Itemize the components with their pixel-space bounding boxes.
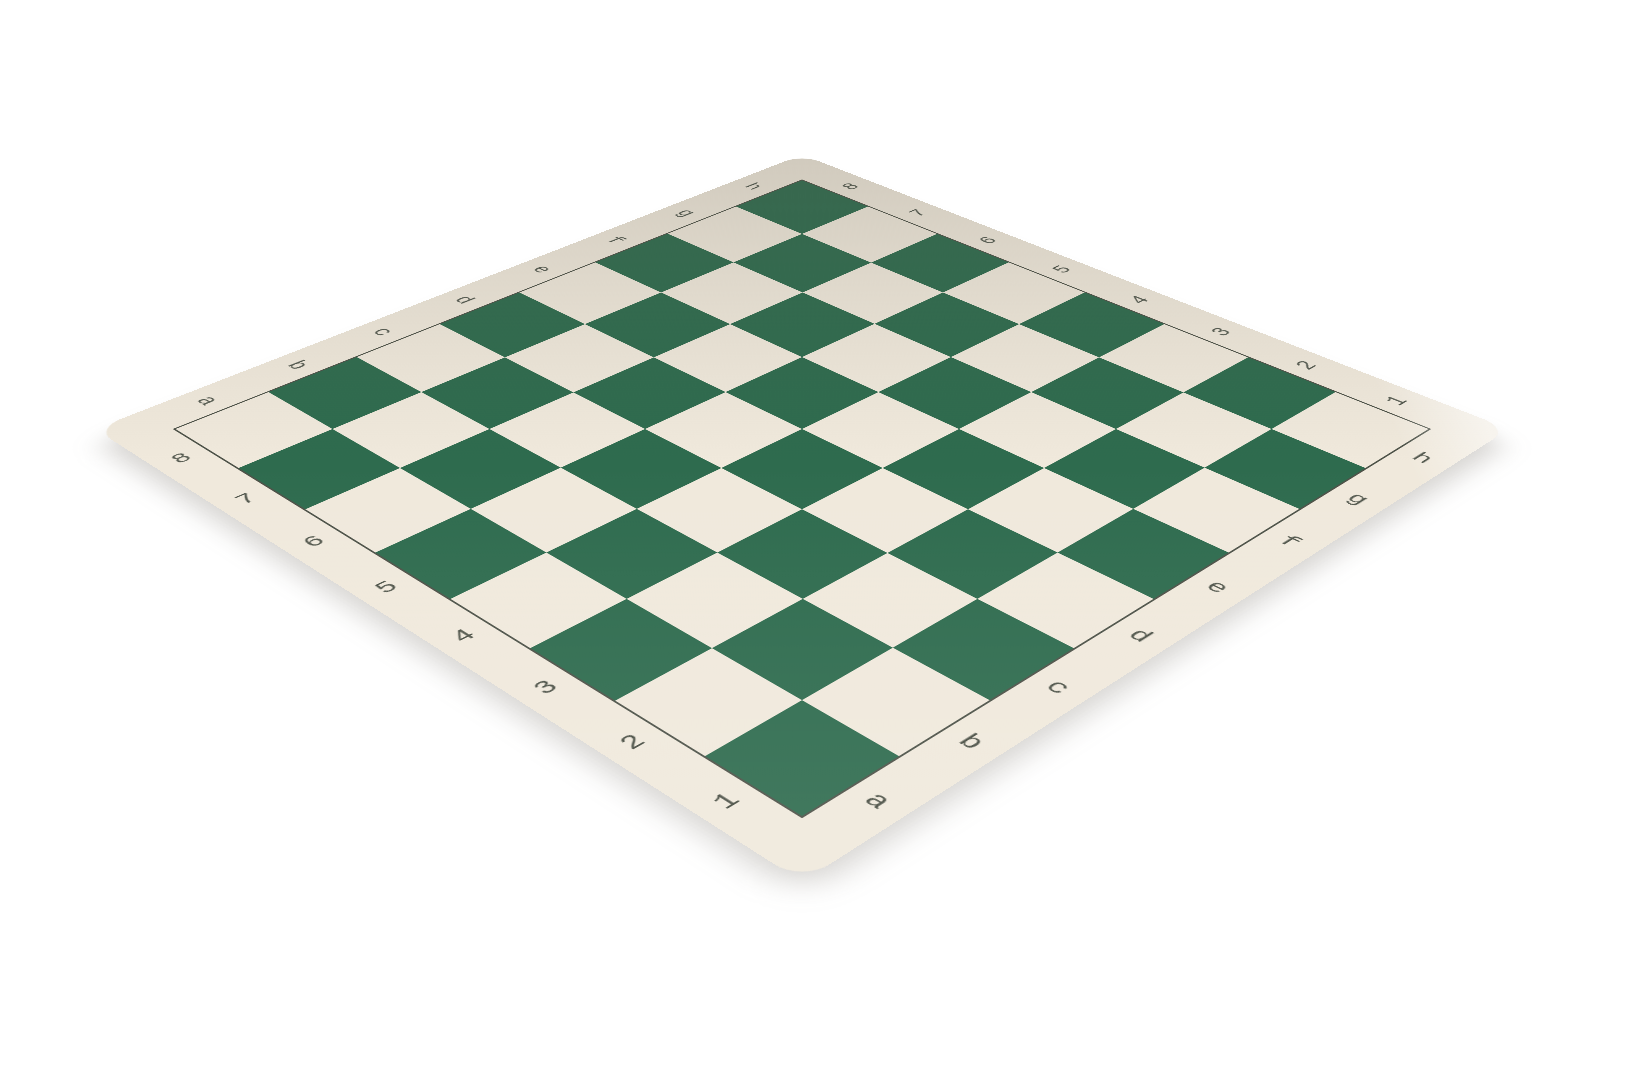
rank-label-4-hfile-edge-text: 4 [1124,293,1156,306]
rank-label-8-afile-edge-text: 8 [166,450,198,467]
file-label-e-rank8-edge-text: e [526,263,557,276]
rank-label-8-hfile-edge-text: 8 [837,181,865,192]
file-label-a-rank8-edge-text: a [189,393,224,409]
rank-label-4-afile-edge-text: 4 [445,625,482,647]
rank-label-3-hfile-edge-text: 3 [1205,325,1238,339]
rank-label-1-hfile-edge-text: 1 [1380,393,1415,409]
file-label-c-rank1-edge-text: c [1038,676,1077,699]
product-photo: aabbccddeeffgghh8877665544332211 [0,0,1632,1084]
rank-label-7-hfile-edge-text: 7 [904,207,933,219]
file-label-d-rank8-edge-text: d [448,293,480,306]
rank-label-6-hfile-edge-text: 6 [974,235,1004,247]
file-label-g-rank1-edge-text: g [1341,490,1374,508]
file-label-h-rank1-edge-text: h [1406,450,1438,467]
file-label-b-rank8-edge-text: b [280,358,314,373]
rank-label-3-afile-edge-text: 3 [526,676,565,699]
rank-label-2-afile-edge-text: 2 [613,730,654,755]
file-label-f-rank1-edge-text: f [1272,532,1307,551]
rank-label-5-afile-edge-text: 5 [369,577,405,597]
file-label-c-rank8-edge-text: c [366,325,399,339]
chess-board: aabbccddeeffgghh8877665544332211 [95,155,1509,882]
file-label-d-rank1-edge-text: d [1121,625,1158,647]
rank-label-6-afile-edge-text: 6 [297,532,332,551]
file-label-b-rank1-edge-text: b [950,730,991,755]
file-label-f-rank8-edge-text: f [600,235,630,247]
file-label-h-rank8-edge-text: h [739,181,767,192]
file-label-a-rank1-edge-text: a [856,788,899,814]
rank-label-7-afile-edge-text: 7 [230,490,263,508]
rank-label-1-afile-edge-text: 1 [706,788,749,814]
file-label-g-rank8-edge-text: g [671,207,700,219]
file-label-e-rank1-edge-text: e [1199,577,1235,597]
rank-label-2-hfile-edge-text: 2 [1290,358,1324,373]
board-grid [173,179,1432,818]
rank-label-5-hfile-edge-text: 5 [1047,263,1078,276]
